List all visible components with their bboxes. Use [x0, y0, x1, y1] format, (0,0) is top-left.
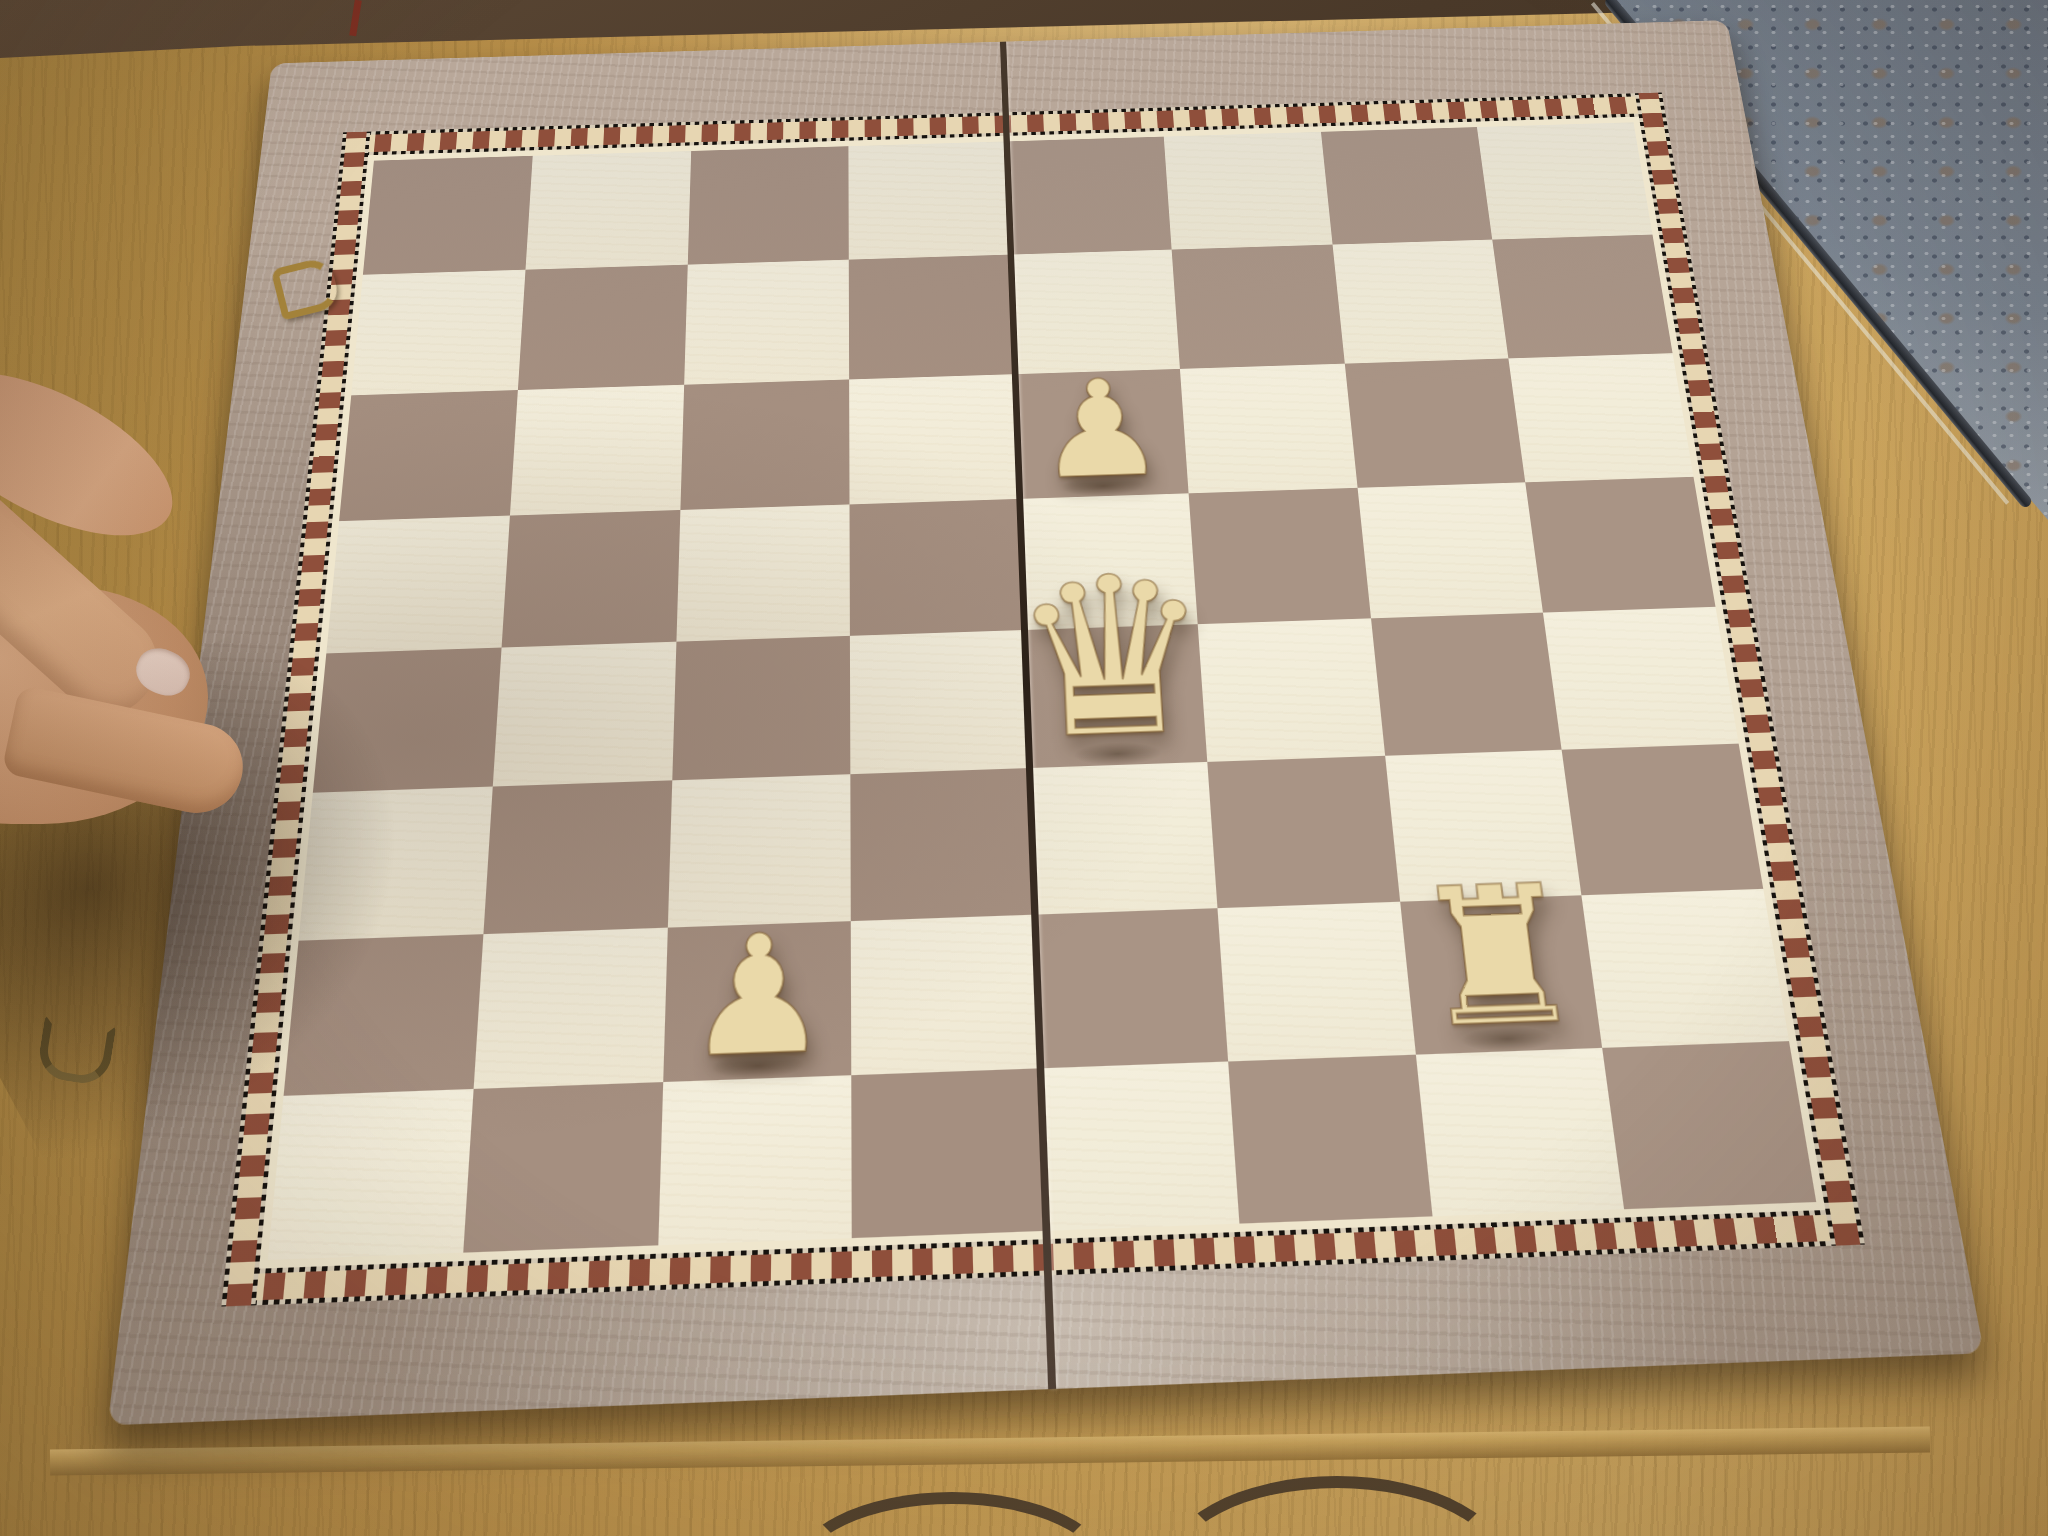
square-h4[interactable] [1543, 607, 1738, 750]
square-c2[interactable]: ♟ [663, 921, 852, 1082]
square-h7[interactable] [1492, 235, 1672, 358]
table-front-edge [50, 1427, 1930, 1476]
square-b8[interactable] [525, 151, 690, 270]
square-b3[interactable] [483, 781, 672, 934]
square-g4[interactable] [1371, 613, 1562, 756]
square-a5[interactable] [326, 515, 509, 653]
square-b1[interactable] [463, 1082, 663, 1253]
square-a8[interactable] [363, 156, 533, 275]
square-d1[interactable] [852, 1068, 1046, 1238]
square-d2[interactable] [851, 914, 1040, 1075]
square-d7[interactable] [849, 255, 1015, 379]
square-e6[interactable]: ♟ [1015, 368, 1189, 498]
square-c7[interactable] [684, 260, 850, 384]
square-g8[interactable] [1321, 127, 1493, 245]
square-c4[interactable] [672, 636, 851, 781]
square-e4[interactable]: ♛ [1024, 624, 1207, 768]
square-b5[interactable] [501, 510, 680, 648]
square-h6[interactable] [1509, 353, 1694, 482]
square-d6[interactable] [849, 374, 1019, 504]
square-c8[interactable] [687, 146, 849, 265]
square-d5[interactable] [850, 499, 1024, 636]
square-h1[interactable] [1602, 1041, 1816, 1209]
square-b4[interactable] [492, 642, 675, 787]
square-h8[interactable] [1477, 122, 1652, 239]
square-c5[interactable] [676, 504, 850, 641]
square-e1[interactable] [1040, 1061, 1239, 1231]
square-g2[interactable]: ♜ [1400, 895, 1603, 1055]
square-h2[interactable] [1582, 888, 1789, 1047]
square-h5[interactable] [1525, 477, 1715, 613]
square-a7[interactable] [351, 270, 525, 395]
square-f7[interactable] [1171, 245, 1344, 369]
square-g7[interactable] [1332, 240, 1508, 363]
square-f1[interactable] [1228, 1054, 1432, 1223]
square-g6[interactable] [1344, 358, 1525, 488]
square-e8[interactable] [1006, 137, 1171, 255]
white-rook-g2[interactable]: ♜ [1405, 865, 1593, 1051]
white-pawn-c2[interactable]: ♟ [684, 916, 830, 1078]
square-f2[interactable] [1217, 901, 1415, 1061]
square-a6[interactable] [339, 390, 518, 521]
white-pawn-e6[interactable]: ♟ [1033, 365, 1169, 496]
scene: ♟♛♟♜ [0, 0, 2048, 1536]
square-c1[interactable] [658, 1075, 852, 1245]
square-f3[interactable] [1207, 756, 1400, 908]
square-f6[interactable] [1180, 363, 1357, 493]
square-b7[interactable] [518, 265, 688, 390]
square-c6[interactable] [680, 379, 850, 510]
square-f8[interactable] [1164, 132, 1333, 250]
square-f5[interactable] [1188, 488, 1370, 625]
square-g5[interactable] [1357, 482, 1543, 618]
square-a1[interactable] [268, 1089, 474, 1260]
square-b6[interactable] [510, 384, 684, 515]
square-d8[interactable] [849, 141, 1011, 259]
square-d3[interactable] [851, 768, 1035, 920]
white-queen-e4[interactable]: ♛ [1008, 552, 1222, 766]
hand [0, 408, 314, 848]
square-f4[interactable] [1197, 618, 1384, 762]
square-d4[interactable] [850, 630, 1029, 774]
square-h3[interactable] [1562, 744, 1763, 895]
square-e2[interactable] [1034, 908, 1228, 1068]
square-g1[interactable] [1415, 1048, 1624, 1217]
